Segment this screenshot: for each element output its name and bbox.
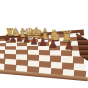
- chess-set-photo: ♜♞♝♛♚♝♞♜♟♟♟♟♟♟♟♟: [0, 0, 88, 88]
- chess-piece-copper-pawn-f: ♟: [39, 37, 48, 47]
- chess-piece-copper-pawn-h: ♟: [64, 40, 74, 51]
- chess-piece-copper-pawn-g: ♟: [48, 38, 57, 49]
- chess-piece-copper-pawn-e: ♟: [30, 36, 39, 46]
